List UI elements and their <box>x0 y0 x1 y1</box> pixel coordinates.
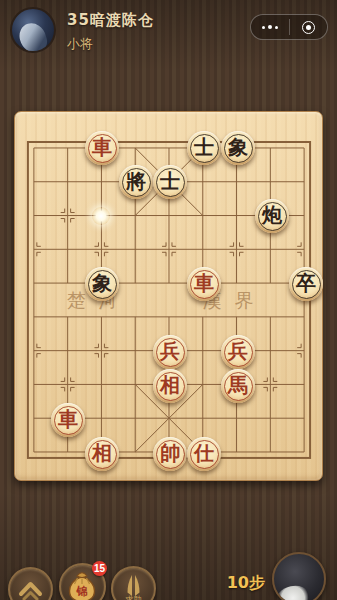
level-title: 35暗渡陈仓 <box>67 11 154 30</box>
piece-red-general[interactable]: 帥 <box>153 437 187 471</box>
piece-glyph: 車 <box>85 131 119 165</box>
piece-red-elephant[interactable]: 相 <box>85 437 119 471</box>
opponent-avatar[interactable] <box>272 552 326 600</box>
bottom-bar: 锦 15 求助 10步 <box>0 512 337 600</box>
piece-glyph: 象 <box>85 267 119 301</box>
player-avatar[interactable] <box>10 7 56 53</box>
sparkle-effect <box>92 207 110 225</box>
piece-glyph: 兵 <box>153 335 187 369</box>
more-dots-icon <box>262 25 279 30</box>
piece-red-chariot[interactable]: 車 <box>85 131 119 165</box>
piece-glyph: 相 <box>153 369 187 403</box>
bag-character: 锦 <box>76 585 88 598</box>
piece-glyph: 士 <box>153 165 187 199</box>
hint-count-badge: 15 <box>92 561 107 576</box>
header-titles: 35暗渡陈仓 小将 <box>67 11 154 53</box>
header: 35暗渡陈仓 小将 <box>0 0 337 62</box>
piece-red-chariot[interactable]: 車 <box>51 403 85 437</box>
piece-glyph: 帥 <box>153 437 187 471</box>
player-rank: 小将 <box>67 35 154 53</box>
steps-counter: 10步 <box>227 573 265 594</box>
ask-help-button[interactable]: 求助 <box>111 566 156 600</box>
piece-black-general[interactable]: 將 <box>119 165 153 199</box>
piece-red-advisor[interactable]: 仕 <box>187 437 221 471</box>
hint-bag-button[interactable]: 锦 15 <box>59 563 106 600</box>
piece-black-advisor[interactable]: 士 <box>187 131 221 165</box>
chevron-up-icon <box>10 569 51 600</box>
wechat-capsule <box>250 14 328 40</box>
exit-button[interactable] <box>290 15 328 39</box>
pieces-layer: 車士象將士炮象車卒兵兵相馬車相帥仕 <box>15 112 322 480</box>
piece-red-soldier[interactable]: 兵 <box>153 335 187 369</box>
avatar-art <box>17 20 50 53</box>
piece-red-elephant[interactable]: 相 <box>153 369 187 403</box>
piece-black-cannon[interactable]: 炮 <box>255 199 289 233</box>
piece-glyph: 相 <box>85 437 119 471</box>
piece-glyph: 炮 <box>255 199 289 233</box>
expand-button[interactable] <box>8 567 53 600</box>
piece-red-chariot[interactable]: 車 <box>187 267 221 301</box>
piece-glyph: 將 <box>119 165 153 199</box>
piece-red-soldier[interactable]: 兵 <box>221 335 255 369</box>
piece-glyph: 兵 <box>221 335 255 369</box>
piece-glyph: 馬 <box>221 369 255 403</box>
piece-black-soldier[interactable]: 卒 <box>289 267 323 301</box>
piece-glyph: 象 <box>221 131 255 165</box>
piece-black-elephant[interactable]: 象 <box>85 267 119 301</box>
exit-target-icon <box>302 21 315 34</box>
xiangqi-board[interactable]: 楚河 漢界 車士象將士炮象車卒兵兵相馬車相帥仕 <box>14 111 323 481</box>
help-label: 求助 <box>113 594 154 600</box>
piece-glyph: 卒 <box>289 267 323 301</box>
piece-glyph: 車 <box>187 267 221 301</box>
piece-glyph: 車 <box>51 403 85 437</box>
piece-black-elephant[interactable]: 象 <box>221 131 255 165</box>
app-screen: 35暗渡陈仓 小将 楚河 漢界 車士象將士炮象車卒兵兵相馬車相帥仕 <box>0 0 337 600</box>
piece-glyph: 仕 <box>187 437 221 471</box>
piece-red-horse[interactable]: 馬 <box>221 369 255 403</box>
piece-glyph: 士 <box>187 131 221 165</box>
more-button[interactable] <box>251 15 289 39</box>
piece-black-advisor[interactable]: 士 <box>153 165 187 199</box>
